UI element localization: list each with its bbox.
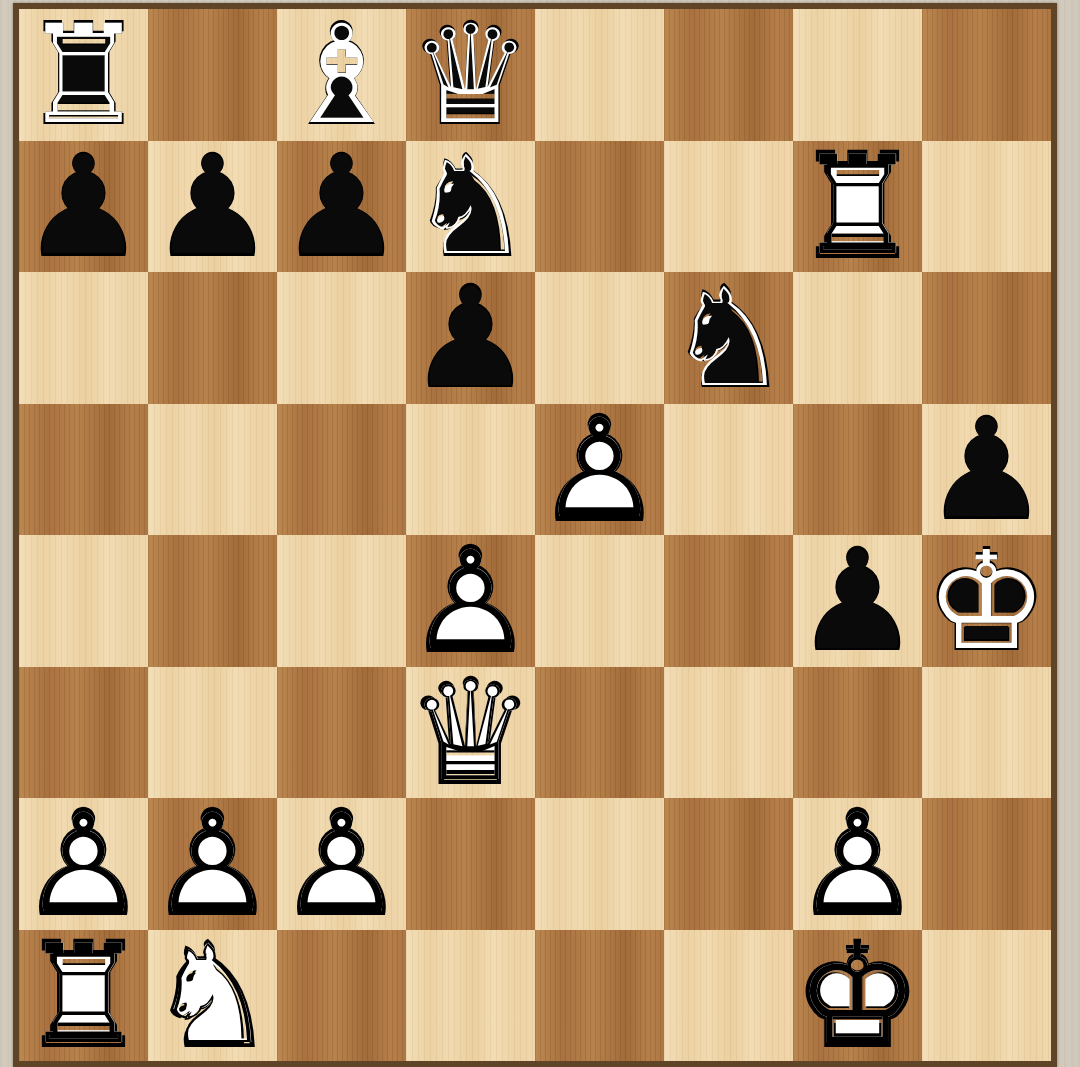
piece-glyph-layer: ♙	[406, 535, 535, 667]
piece-glyph-layer: ♟	[13, 792, 154, 935]
square-g7[interactable]: ♜♜♖	[793, 141, 922, 273]
piece-glyph-layer: ♟	[406, 272, 535, 404]
piece-glyph-layer: ♖	[793, 141, 922, 273]
piece-glyph-layer: ♟	[277, 141, 406, 273]
piece-glyph-layer: ♟	[790, 532, 925, 670]
piece-glyph-layer: ♖	[19, 930, 148, 1062]
piece-glyph-layer: ♟	[19, 798, 148, 930]
piece-glyph-layer: ♘	[664, 272, 793, 404]
piece-glyph-layer: ♟	[19, 141, 148, 273]
square-e4[interactable]	[535, 535, 664, 667]
square-a1[interactable]: ♜♜♖	[19, 930, 148, 1062]
piece-glyph-layer: ♛	[400, 661, 541, 804]
piece-glyph-layer: ♝	[277, 9, 406, 141]
square-e8[interactable]	[535, 9, 664, 141]
square-a4[interactable]	[19, 535, 148, 667]
square-g1[interactable]: ♚♚♔	[793, 930, 922, 1062]
piece-glyph-layer: ♛	[406, 9, 535, 141]
square-d7[interactable]: ♞♞♘	[406, 141, 535, 273]
square-b1[interactable]: ♞♞♘	[148, 930, 277, 1062]
square-a8[interactable]: ♜♜♖	[19, 9, 148, 141]
piece-glyph-layer: ♕	[406, 9, 535, 141]
piece-glyph-layer: ♜	[13, 924, 154, 1067]
piece-glyph-layer: ♙	[148, 798, 277, 930]
square-g3[interactable]	[793, 667, 922, 799]
square-d2[interactable]	[406, 798, 535, 930]
white-rook-on-g7[interactable]: ♜♜♖	[793, 141, 922, 273]
black-knight-on-f6[interactable]: ♞♞♘	[664, 272, 793, 404]
piece-glyph-layer: ♗	[277, 9, 406, 141]
piece-glyph-layer: ♙	[535, 404, 664, 536]
piece-glyph-layer: ♞	[664, 272, 793, 404]
black-bishop-on-c8[interactable]: ♝♝♗	[277, 9, 406, 141]
page-background: { "game": "chess", "position": { "fen": …	[0, 0, 1080, 1067]
piece-glyph-layer: ♟	[793, 798, 922, 930]
piece-glyph-layer: ♜	[19, 9, 148, 141]
black-king-on-h4[interactable]: ♚♚♔	[922, 535, 1051, 667]
square-f7[interactable]	[664, 141, 793, 273]
square-e6[interactable]	[535, 272, 664, 404]
piece-glyph-layer: ♟	[145, 137, 280, 275]
square-h8[interactable]	[922, 9, 1051, 141]
black-pawn-on-a7[interactable]: ♟♟	[19, 141, 148, 273]
square-f3[interactable]	[664, 667, 793, 799]
chess-board-frame: ♜♜♖♝♝♗♛♛♕♟♟♟♟♟♟♞♞♘♜♜♖♟♟♞♞♘♟♟♙♟♟♟♟♙♟♟♚♚♔♛…	[13, 3, 1057, 1067]
square-h3[interactable]	[922, 667, 1051, 799]
black-pawn-on-g4[interactable]: ♟♟	[793, 535, 922, 667]
square-d3[interactable]: ♛♛♕	[406, 667, 535, 799]
piece-glyph-layer: ♟	[535, 404, 664, 536]
piece-glyph-layer: ♟	[793, 535, 922, 667]
square-h6[interactable]	[922, 272, 1051, 404]
white-queen-on-d3[interactable]: ♛♛♕	[406, 667, 535, 799]
square-e2[interactable]	[535, 798, 664, 930]
white-pawn-on-d4[interactable]: ♟♟♙	[406, 535, 535, 667]
square-c8[interactable]: ♝♝♗	[277, 9, 406, 141]
white-rook-on-a1[interactable]: ♜♜♖	[19, 930, 148, 1062]
square-f2[interactable]	[664, 798, 793, 930]
piece-glyph-layer: ♜	[19, 930, 148, 1062]
chess-board: ♜♜♖♝♝♗♛♛♕♟♟♟♟♟♟♞♞♘♜♜♖♟♟♞♞♘♟♟♙♟♟♟♟♙♟♟♚♚♔♛…	[19, 9, 1051, 1061]
piece-glyph-layer: ♞	[661, 269, 796, 407]
square-c5[interactable]	[277, 404, 406, 536]
piece-glyph-layer: ♜	[16, 6, 151, 144]
white-king-on-g1[interactable]: ♚♚♔	[793, 930, 922, 1062]
black-queen-on-d8[interactable]: ♛♛♕	[406, 9, 535, 141]
piece-glyph-layer: ♚	[787, 924, 928, 1067]
black-knight-on-d7[interactable]: ♞♞♘	[406, 141, 535, 273]
piece-glyph-layer: ♖	[19, 9, 148, 141]
piece-glyph-layer: ♝	[274, 6, 409, 144]
piece-glyph-layer: ♔	[793, 930, 922, 1062]
piece-glyph-layer: ♙	[277, 798, 406, 930]
piece-glyph-layer: ♟	[148, 141, 277, 273]
square-h1[interactable]	[922, 930, 1051, 1062]
piece-glyph-layer: ♚	[793, 930, 922, 1062]
square-g5[interactable]	[793, 404, 922, 536]
square-e5[interactable]: ♟♟♙	[535, 404, 664, 536]
piece-glyph-layer: ♞	[148, 930, 277, 1062]
white-pawn-on-b2[interactable]: ♟♟♙	[148, 798, 277, 930]
piece-glyph-layer: ♙	[793, 798, 922, 930]
black-pawn-on-c7[interactable]: ♟♟	[277, 141, 406, 273]
piece-glyph-layer: ♟	[271, 792, 412, 935]
square-f4[interactable]	[664, 535, 793, 667]
square-f5[interactable]	[664, 404, 793, 536]
square-d8[interactable]: ♛♛♕	[406, 9, 535, 141]
piece-glyph-layer: ♚	[919, 532, 1054, 670]
piece-glyph-layer: ♘	[148, 930, 277, 1062]
square-d4[interactable]: ♟♟♙	[406, 535, 535, 667]
piece-glyph-layer: ♕	[406, 667, 535, 799]
square-b3[interactable]	[148, 667, 277, 799]
piece-glyph-layer: ♟	[403, 269, 538, 407]
piece-glyph-layer: ♟	[142, 792, 283, 935]
square-d5[interactable]	[406, 404, 535, 536]
square-d1[interactable]	[406, 930, 535, 1062]
square-c1[interactable]	[277, 930, 406, 1062]
square-f8[interactable]	[664, 9, 793, 141]
square-b4[interactable]	[148, 535, 277, 667]
piece-glyph-layer: ♞	[406, 141, 535, 273]
piece-glyph-layer: ♟	[16, 137, 151, 275]
square-c2[interactable]: ♟♟♙	[277, 798, 406, 930]
square-a3[interactable]	[19, 667, 148, 799]
square-g6[interactable]	[793, 272, 922, 404]
square-h4[interactable]: ♚♚♔	[922, 535, 1051, 667]
piece-glyph-layer: ♛	[403, 6, 538, 144]
square-a5[interactable]	[19, 404, 148, 536]
white-pawn-on-e5[interactable]: ♟♟♙	[535, 404, 664, 536]
square-d6[interactable]: ♟♟	[406, 272, 535, 404]
square-g2[interactable]: ♟♟♙	[793, 798, 922, 930]
black-pawn-on-b7[interactable]: ♟♟	[148, 141, 277, 273]
piece-glyph-layer: ♟	[787, 792, 928, 935]
piece-glyph-layer: ♔	[922, 535, 1051, 667]
black-pawn-on-d6[interactable]: ♟♟	[406, 272, 535, 404]
piece-glyph-layer: ♙	[19, 798, 148, 930]
piece-glyph-layer: ♟	[148, 798, 277, 930]
white-pawn-on-c2[interactable]: ♟♟♙	[277, 798, 406, 930]
square-a7[interactable]: ♟♟	[19, 141, 148, 273]
piece-glyph-layer: ♞	[403, 137, 538, 275]
piece-glyph-layer: ♟	[529, 398, 670, 541]
white-pawn-on-a2[interactable]: ♟♟♙	[19, 798, 148, 930]
square-h5[interactable]: ♟♟	[922, 404, 1051, 536]
square-g4[interactable]: ♟♟	[793, 535, 922, 667]
piece-glyph-layer: ♘	[406, 141, 535, 273]
black-rook-on-a8[interactable]: ♜♜♖	[19, 9, 148, 141]
piece-glyph-layer: ♚	[922, 535, 1051, 667]
square-c3[interactable]	[277, 667, 406, 799]
square-a2[interactable]: ♟♟♙	[19, 798, 148, 930]
piece-glyph-layer: ♟	[919, 400, 1054, 538]
piece-glyph-layer: ♟	[922, 404, 1051, 536]
square-e3[interactable]	[535, 667, 664, 799]
white-pawn-on-g2[interactable]: ♟♟♙	[793, 798, 922, 930]
square-f1[interactable]	[664, 930, 793, 1062]
piece-glyph-layer: ♜	[793, 141, 922, 273]
square-c7[interactable]: ♟♟	[277, 141, 406, 273]
square-b8[interactable]	[148, 9, 277, 141]
white-knight-on-b1[interactable]: ♞♞♘	[148, 930, 277, 1062]
square-g8[interactable]	[793, 9, 922, 141]
piece-glyph-layer: ♟	[406, 535, 535, 667]
piece-glyph-layer: ♟	[274, 137, 409, 275]
square-b2[interactable]: ♟♟♙	[148, 798, 277, 930]
square-a6[interactable]	[19, 272, 148, 404]
piece-glyph-layer: ♟	[277, 798, 406, 930]
square-e7[interactable]	[535, 141, 664, 273]
piece-glyph-layer: ♛	[406, 667, 535, 799]
piece-glyph-layer: ♟	[400, 529, 541, 672]
square-b7[interactable]: ♟♟	[148, 141, 277, 273]
square-b6[interactable]	[148, 272, 277, 404]
piece-glyph-layer: ♜	[787, 135, 928, 278]
square-h7[interactable]	[922, 141, 1051, 273]
square-b5[interactable]	[148, 404, 277, 536]
square-f6[interactable]: ♞♞♘	[664, 272, 793, 404]
black-pawn-on-h5[interactable]: ♟♟	[922, 404, 1051, 536]
square-e1[interactable]	[535, 930, 664, 1062]
piece-glyph-layer: ♞	[142, 924, 283, 1067]
square-c6[interactable]	[277, 272, 406, 404]
square-c4[interactable]	[277, 535, 406, 667]
square-h2[interactable]	[922, 798, 1051, 930]
